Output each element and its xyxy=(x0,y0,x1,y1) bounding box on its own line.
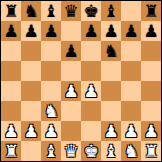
square-b7[interactable]: ♟ xyxy=(21,21,41,41)
black-pawn-icon: ♟ xyxy=(143,21,158,41)
square-f3[interactable] xyxy=(101,101,121,121)
white-pawn-icon: ♟ xyxy=(63,81,78,101)
square-g7[interactable]: ♟ xyxy=(121,21,141,41)
black-rook-icon: ♜ xyxy=(143,1,158,21)
square-d1[interactable]: ♛ xyxy=(61,141,81,161)
black-bishop-icon: ♝ xyxy=(103,1,118,21)
white-rook-icon: ♜ xyxy=(3,141,18,161)
square-c2[interactable]: ♟ xyxy=(41,121,61,141)
white-pawn-icon: ♟ xyxy=(143,121,158,141)
square-b5[interactable] xyxy=(21,61,41,81)
square-e7[interactable]: ♟ xyxy=(81,21,101,41)
square-f6[interactable]: ♞ xyxy=(101,41,121,61)
square-h3[interactable] xyxy=(141,101,161,121)
square-h6[interactable] xyxy=(141,41,161,61)
black-rook-icon: ♜ xyxy=(3,1,18,21)
square-h4[interactable] xyxy=(141,81,161,101)
square-b2[interactable]: ♟ xyxy=(21,121,41,141)
square-a5[interactable] xyxy=(1,61,21,81)
square-c7[interactable]: ♟ xyxy=(41,21,61,41)
white-bishop-icon: ♝ xyxy=(103,141,118,161)
white-knight-icon: ♞ xyxy=(123,141,138,161)
black-pawn-icon: ♟ xyxy=(23,21,38,41)
square-c3[interactable]: ♞ xyxy=(41,101,61,121)
square-f7[interactable]: ♟ xyxy=(101,21,121,41)
white-pawn-icon: ♟ xyxy=(103,121,118,141)
square-a3[interactable] xyxy=(1,101,21,121)
square-c5[interactable] xyxy=(41,61,61,81)
square-e2[interactable] xyxy=(81,121,101,141)
square-g4[interactable] xyxy=(121,81,141,101)
square-h8[interactable]: ♜ xyxy=(141,1,161,21)
square-e6[interactable] xyxy=(81,41,101,61)
square-h2[interactable]: ♟ xyxy=(141,121,161,141)
white-pawn-icon: ♟ xyxy=(3,121,18,141)
black-pawn-icon: ♟ xyxy=(43,21,58,41)
black-knight-icon: ♞ xyxy=(103,41,118,61)
square-d4[interactable]: ♟ xyxy=(61,81,81,101)
white-bishop-icon: ♝ xyxy=(43,141,58,161)
black-pawn-icon: ♟ xyxy=(103,21,118,41)
black-pawn-icon: ♟ xyxy=(83,21,98,41)
square-c6[interactable] xyxy=(41,41,61,61)
white-queen-icon: ♛ xyxy=(63,141,78,161)
square-f1[interactable]: ♝ xyxy=(101,141,121,161)
black-pawn-icon: ♟ xyxy=(123,21,138,41)
square-h1[interactable]: ♜ xyxy=(141,141,161,161)
square-h5[interactable] xyxy=(141,61,161,81)
white-rook-icon: ♜ xyxy=(143,141,158,161)
square-d5[interactable] xyxy=(61,61,81,81)
square-d8[interactable]: ♛ xyxy=(61,1,81,21)
square-a1[interactable]: ♜ xyxy=(1,141,21,161)
white-pawn-icon: ♟ xyxy=(83,81,98,101)
square-d3[interactable] xyxy=(61,101,81,121)
square-f2[interactable]: ♟ xyxy=(101,121,121,141)
chess-board: ♜♞♝♛♚♝♜♟♟♟♟♟♟♟♟♞♟♟♞♟♟♟♟♟♟♜♝♛♚♝♞♜ xyxy=(0,0,162,162)
square-b8[interactable]: ♞ xyxy=(21,1,41,21)
white-knight-icon: ♞ xyxy=(43,101,58,121)
black-pawn-icon: ♟ xyxy=(63,41,78,61)
black-king-icon: ♚ xyxy=(83,1,98,21)
square-g8[interactable] xyxy=(121,1,141,21)
square-c8[interactable]: ♝ xyxy=(41,1,61,21)
square-c4[interactable] xyxy=(41,81,61,101)
square-f4[interactable] xyxy=(101,81,121,101)
white-king-icon: ♚ xyxy=(83,141,98,161)
black-knight-icon: ♞ xyxy=(23,1,38,21)
square-g5[interactable] xyxy=(121,61,141,81)
square-d6[interactable]: ♟ xyxy=(61,41,81,61)
black-queen-icon: ♛ xyxy=(63,1,78,21)
white-pawn-icon: ♟ xyxy=(123,121,138,141)
square-a8[interactable]: ♜ xyxy=(1,1,21,21)
square-d2[interactable] xyxy=(61,121,81,141)
square-b4[interactable] xyxy=(21,81,41,101)
square-h7[interactable]: ♟ xyxy=(141,21,161,41)
black-pawn-icon: ♟ xyxy=(3,21,18,41)
square-a2[interactable]: ♟ xyxy=(1,121,21,141)
square-g1[interactable]: ♞ xyxy=(121,141,141,161)
square-f5[interactable] xyxy=(101,61,121,81)
square-e5[interactable] xyxy=(81,61,101,81)
square-e4[interactable]: ♟ xyxy=(81,81,101,101)
square-e8[interactable]: ♚ xyxy=(81,1,101,21)
black-bishop-icon: ♝ xyxy=(43,1,58,21)
white-pawn-icon: ♟ xyxy=(23,121,38,141)
square-d7[interactable] xyxy=(61,21,81,41)
square-b1[interactable] xyxy=(21,141,41,161)
square-a7[interactable]: ♟ xyxy=(1,21,21,41)
square-c1[interactable]: ♝ xyxy=(41,141,61,161)
square-a6[interactable] xyxy=(1,41,21,61)
square-g2[interactable]: ♟ xyxy=(121,121,141,141)
square-e3[interactable] xyxy=(81,101,101,121)
square-f8[interactable]: ♝ xyxy=(101,1,121,21)
square-g3[interactable] xyxy=(121,101,141,121)
white-pawn-icon: ♟ xyxy=(43,121,58,141)
square-a4[interactable] xyxy=(1,81,21,101)
square-b3[interactable] xyxy=(21,101,41,121)
square-e1[interactable]: ♚ xyxy=(81,141,101,161)
square-g6[interactable] xyxy=(121,41,141,61)
square-b6[interactable] xyxy=(21,41,41,61)
